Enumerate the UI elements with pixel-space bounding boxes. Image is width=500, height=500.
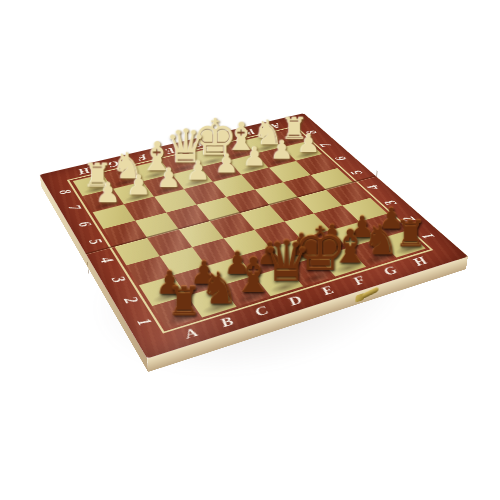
chess-board: ♜♞♝♛♚♝♞♜♟♟♟♟♟♟♟♟♟♟♟♟♟♟♟♟♜♞♝♛♚♝♞♜ AABBCCD… — [40, 113, 468, 358]
piece-black-rook[interactable]: ♜ — [157, 282, 211, 322]
piece-white-pawn[interactable]: ♟ — [85, 180, 131, 208]
brass-clasp-icon — [356, 286, 382, 304]
product-photo-scene: ♜♞♝♛♚♝♞♜♟♟♟♟♟♟♟♟♟♟♟♟♟♟♟♟♜♞♝♛♚♝♞♜ AABBCCD… — [0, 0, 500, 500]
